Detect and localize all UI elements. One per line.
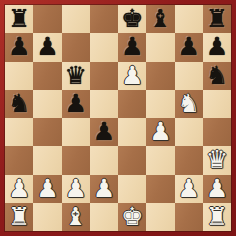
- square-a2[interactable]: ♟: [5, 175, 33, 203]
- square-e4[interactable]: [118, 118, 146, 146]
- square-c5[interactable]: ♟: [62, 90, 90, 118]
- square-e2[interactable]: [118, 175, 146, 203]
- square-d6[interactable]: [90, 62, 118, 90]
- square-c8[interactable]: [62, 5, 90, 33]
- piece-black-knight[interactable]: ♞: [8, 90, 30, 118]
- square-a4[interactable]: [5, 118, 33, 146]
- piece-white-pawn[interactable]: ♟: [206, 175, 228, 203]
- square-h7[interactable]: ♟: [203, 33, 231, 61]
- square-b6[interactable]: [33, 62, 61, 90]
- square-f5[interactable]: [146, 90, 174, 118]
- piece-white-pawn[interactable]: ♟: [36, 175, 58, 203]
- square-g2[interactable]: ♟: [175, 175, 203, 203]
- square-g5[interactable]: ♞: [175, 90, 203, 118]
- square-a6[interactable]: [5, 62, 33, 90]
- piece-black-pawn[interactable]: ♟: [36, 33, 58, 61]
- square-d4[interactable]: ♟: [90, 118, 118, 146]
- square-h3[interactable]: ♛: [203, 146, 231, 174]
- square-g8[interactable]: [175, 5, 203, 33]
- square-c3[interactable]: [62, 146, 90, 174]
- piece-black-pawn[interactable]: ♟: [206, 33, 228, 61]
- square-b1[interactable]: [33, 203, 61, 231]
- square-a7[interactable]: ♟: [5, 33, 33, 61]
- piece-black-pawn[interactable]: ♟: [64, 90, 86, 118]
- square-c2[interactable]: ♟: [62, 175, 90, 203]
- square-b7[interactable]: ♟: [33, 33, 61, 61]
- piece-white-pawn[interactable]: ♟: [8, 175, 30, 203]
- square-d3[interactable]: [90, 146, 118, 174]
- square-h6[interactable]: ♞: [203, 62, 231, 90]
- piece-white-pawn[interactable]: ♟: [93, 175, 115, 203]
- square-d1[interactable]: [90, 203, 118, 231]
- piece-black-pawn[interactable]: ♟: [93, 118, 115, 146]
- square-g3[interactable]: [175, 146, 203, 174]
- square-d7[interactable]: [90, 33, 118, 61]
- square-f4[interactable]: ♟: [146, 118, 174, 146]
- square-b3[interactable]: [33, 146, 61, 174]
- square-f6[interactable]: [146, 62, 174, 90]
- square-h5[interactable]: [203, 90, 231, 118]
- square-f1[interactable]: [146, 203, 174, 231]
- piece-white-rook[interactable]: ♜: [206, 203, 228, 231]
- square-a1[interactable]: ♜: [5, 203, 33, 231]
- piece-black-pawn[interactable]: ♟: [8, 33, 30, 61]
- piece-black-rook[interactable]: ♜: [206, 5, 228, 33]
- square-h2[interactable]: ♟: [203, 175, 231, 203]
- square-g4[interactable]: [175, 118, 203, 146]
- square-b8[interactable]: [33, 5, 61, 33]
- square-b4[interactable]: [33, 118, 61, 146]
- piece-black-pawn[interactable]: ♟: [121, 33, 143, 61]
- square-g1[interactable]: [175, 203, 203, 231]
- square-b5[interactable]: [33, 90, 61, 118]
- piece-black-bishop[interactable]: ♝: [149, 5, 171, 33]
- piece-white-king[interactable]: ♚: [121, 203, 143, 231]
- square-f8[interactable]: ♝: [146, 5, 174, 33]
- square-c6[interactable]: ♛: [62, 62, 90, 90]
- square-e1[interactable]: ♚: [118, 203, 146, 231]
- piece-black-king[interactable]: ♚: [121, 5, 143, 33]
- piece-white-pawn[interactable]: ♟: [149, 118, 171, 146]
- square-e8[interactable]: ♚: [118, 5, 146, 33]
- piece-white-bishop[interactable]: ♝: [64, 203, 86, 231]
- square-b2[interactable]: ♟: [33, 175, 61, 203]
- square-c1[interactable]: ♝: [62, 203, 90, 231]
- square-a5[interactable]: ♞: [5, 90, 33, 118]
- piece-white-pawn[interactable]: ♟: [177, 175, 199, 203]
- square-e3[interactable]: [118, 146, 146, 174]
- square-e6[interactable]: ♟: [118, 62, 146, 90]
- piece-black-knight[interactable]: ♞: [206, 62, 228, 90]
- square-a8[interactable]: ♜: [5, 5, 33, 33]
- piece-black-rook[interactable]: ♜: [8, 5, 30, 33]
- board-frame: ♜♚♝♜♟♟♟♟♟♛♟♞♞♟♞♟♟♛♟♟♟♟♟♟♜♝♚♜: [0, 0, 236, 236]
- square-f3[interactable]: [146, 146, 174, 174]
- square-d8[interactable]: [90, 5, 118, 33]
- square-c7[interactable]: [62, 33, 90, 61]
- square-g7[interactable]: ♟: [175, 33, 203, 61]
- square-f2[interactable]: [146, 175, 174, 203]
- piece-white-knight[interactable]: ♞: [177, 90, 199, 118]
- square-h4[interactable]: [203, 118, 231, 146]
- square-d2[interactable]: ♟: [90, 175, 118, 203]
- piece-black-queen[interactable]: ♛: [64, 62, 86, 90]
- square-h1[interactable]: ♜: [203, 203, 231, 231]
- square-c4[interactable]: [62, 118, 90, 146]
- chess-board: ♜♚♝♜♟♟♟♟♟♛♟♞♞♟♞♟♟♛♟♟♟♟♟♟♜♝♚♜: [5, 5, 231, 231]
- piece-white-queen[interactable]: ♛: [206, 146, 228, 174]
- square-e7[interactable]: ♟: [118, 33, 146, 61]
- piece-white-rook[interactable]: ♜: [8, 203, 30, 231]
- piece-white-pawn[interactable]: ♟: [64, 175, 86, 203]
- piece-white-pawn[interactable]: ♟: [121, 62, 143, 90]
- piece-black-pawn[interactable]: ♟: [177, 33, 199, 61]
- square-g6[interactable]: [175, 62, 203, 90]
- square-d5[interactable]: [90, 90, 118, 118]
- square-e5[interactable]: [118, 90, 146, 118]
- square-f7[interactable]: [146, 33, 174, 61]
- square-h8[interactable]: ♜: [203, 5, 231, 33]
- square-a3[interactable]: [5, 146, 33, 174]
